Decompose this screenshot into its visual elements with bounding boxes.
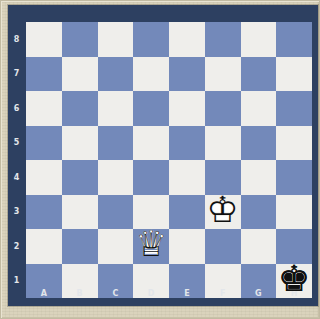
square-a3 <box>26 195 62 230</box>
square-c7 <box>98 57 134 92</box>
rank-label-2: 2 <box>9 229 24 264</box>
file-label-c: C <box>98 281 134 306</box>
white-king: ♚♔ <box>205 195 241 230</box>
square-b2 <box>62 229 98 264</box>
square-h7 <box>276 57 312 92</box>
square-e3 <box>169 195 205 230</box>
square-c5 <box>98 126 134 161</box>
square-c3 <box>98 195 134 230</box>
square-f5 <box>205 126 241 161</box>
square-c4 <box>98 160 134 195</box>
file-label-f: F <box>205 281 241 306</box>
square-d7 <box>133 57 169 92</box>
square-d8 <box>133 22 169 57</box>
rank-label-1: 1 <box>9 264 24 299</box>
chess-board: ♚♔♛♕♚♚ <box>26 22 312 298</box>
square-h3 <box>276 195 312 230</box>
square-d4 <box>133 160 169 195</box>
square-c6 <box>98 91 134 126</box>
square-b4 <box>62 160 98 195</box>
square-a7 <box>26 57 62 92</box>
square-a5 <box>26 126 62 161</box>
square-a4 <box>26 160 62 195</box>
square-b8 <box>62 22 98 57</box>
square-g5 <box>241 126 277 161</box>
rank-label-8: 8 <box>9 22 24 57</box>
file-label-b: B <box>62 281 98 306</box>
file-label-d: D <box>133 281 169 306</box>
square-h1: ♚♚ <box>276 264 312 299</box>
white-queen: ♛♕ <box>133 229 169 264</box>
square-e5 <box>169 126 205 161</box>
square-d2: ♛♕ <box>133 229 169 264</box>
square-e6 <box>169 91 205 126</box>
square-h6 <box>276 91 312 126</box>
square-a2 <box>26 229 62 264</box>
rank-label-5: 5 <box>9 126 24 161</box>
rank-label-4: 4 <box>9 160 24 195</box>
square-g6 <box>241 91 277 126</box>
square-f3: ♚♔ <box>205 195 241 230</box>
black-king: ♚♚ <box>276 264 312 299</box>
square-f6 <box>205 91 241 126</box>
square-g4 <box>241 160 277 195</box>
square-g7 <box>241 57 277 92</box>
file-label-g: G <box>241 281 277 306</box>
board-border: 87654321 ♚♔♛♕♚♚ ABCDEFGH <box>8 5 318 306</box>
square-e4 <box>169 160 205 195</box>
square-h5 <box>276 126 312 161</box>
square-e8 <box>169 22 205 57</box>
square-a6 <box>26 91 62 126</box>
square-g8 <box>241 22 277 57</box>
square-e2 <box>169 229 205 264</box>
square-c2 <box>98 229 134 264</box>
file-labels: ABCDEFGH <box>26 281 312 306</box>
square-d6 <box>133 91 169 126</box>
square-b5 <box>62 126 98 161</box>
square-h4 <box>276 160 312 195</box>
file-label-e: E <box>169 281 205 306</box>
square-f7 <box>205 57 241 92</box>
board-frame: 87654321 ♚♔♛♕♚♚ ABCDEFGH <box>0 0 320 319</box>
file-label-a: A <box>26 281 62 306</box>
square-g3 <box>241 195 277 230</box>
square-a8 <box>26 22 62 57</box>
square-f8 <box>205 22 241 57</box>
square-b7 <box>62 57 98 92</box>
rank-label-3: 3 <box>9 195 24 230</box>
square-b6 <box>62 91 98 126</box>
rank-label-6: 6 <box>9 91 24 126</box>
rank-labels: 87654321 <box>9 22 24 298</box>
square-e7 <box>169 57 205 92</box>
rank-label-7: 7 <box>9 57 24 92</box>
square-f2 <box>205 229 241 264</box>
square-b3 <box>62 195 98 230</box>
square-c8 <box>98 22 134 57</box>
square-g2 <box>241 229 277 264</box>
square-d5 <box>133 126 169 161</box>
square-h8 <box>276 22 312 57</box>
